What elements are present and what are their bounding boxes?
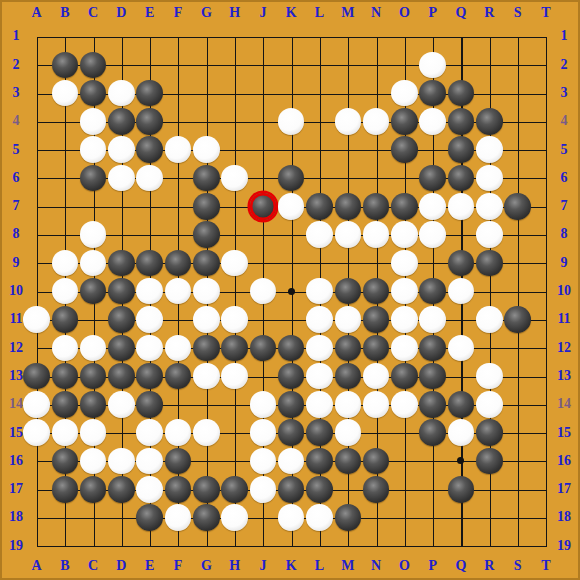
intersection-N9[interactable] xyxy=(362,249,390,277)
intersection-P12[interactable]: ● xyxy=(419,334,447,362)
intersection-F19[interactable] xyxy=(164,532,192,560)
intersection-R17[interactable] xyxy=(475,475,503,503)
intersection-F7[interactable] xyxy=(164,192,192,220)
intersection-Q11[interactable] xyxy=(447,305,475,333)
intersection-G14[interactable] xyxy=(192,390,220,418)
intersection-D17[interactable]: ● xyxy=(107,475,135,503)
intersection-H19[interactable] xyxy=(220,532,248,560)
intersection-O7[interactable]: ● xyxy=(390,192,418,220)
intersection-J12[interactable]: ● xyxy=(249,334,277,362)
intersection-C14[interactable]: ● xyxy=(79,390,107,418)
intersection-O12[interactable]: ○ xyxy=(390,334,418,362)
intersection-H2[interactable] xyxy=(220,51,248,79)
intersection-Q19[interactable] xyxy=(447,532,475,560)
intersection-D12[interactable]: ● xyxy=(107,334,135,362)
intersection-D10[interactable]: ● xyxy=(107,277,135,305)
intersection-Q14[interactable]: ● xyxy=(447,390,475,418)
intersection-A19[interactable] xyxy=(22,532,50,560)
intersection-C7[interactable] xyxy=(79,192,107,220)
intersection-R9[interactable]: ● xyxy=(475,249,503,277)
intersection-N12[interactable]: ● xyxy=(362,334,390,362)
intersection-R13[interactable]: ○ xyxy=(475,362,503,390)
intersection-B2[interactable]: ● xyxy=(51,51,79,79)
intersection-B10[interactable]: ○ xyxy=(51,277,79,305)
intersection-Q4[interactable]: ● xyxy=(447,107,475,135)
intersection-S17[interactable] xyxy=(503,475,531,503)
intersection-K3[interactable] xyxy=(277,79,305,107)
intersection-L16[interactable]: ● xyxy=(305,447,333,475)
intersection-Q6[interactable]: ● xyxy=(447,164,475,192)
intersection-G4[interactable] xyxy=(192,107,220,135)
intersection-D4[interactable]: ● xyxy=(107,107,135,135)
intersection-L17[interactable]: ● xyxy=(305,475,333,503)
intersection-O19[interactable] xyxy=(390,532,418,560)
intersection-S12[interactable] xyxy=(503,334,531,362)
intersection-K15[interactable]: ● xyxy=(277,419,305,447)
intersection-H10[interactable] xyxy=(220,277,248,305)
intersection-T17[interactable] xyxy=(532,475,560,503)
intersection-D1[interactable] xyxy=(107,22,135,50)
intersection-K4[interactable]: ○ xyxy=(277,107,305,135)
intersection-Q5[interactable]: ● xyxy=(447,136,475,164)
intersection-F17[interactable]: ● xyxy=(164,475,192,503)
intersection-H14[interactable] xyxy=(220,390,248,418)
intersection-M19[interactable] xyxy=(334,532,362,560)
intersection-A16[interactable] xyxy=(22,447,50,475)
intersection-M3[interactable] xyxy=(334,79,362,107)
intersection-H11[interactable]: ○ xyxy=(220,305,248,333)
intersection-D7[interactable] xyxy=(107,192,135,220)
intersection-F16[interactable]: ● xyxy=(164,447,192,475)
intersection-K1[interactable] xyxy=(277,22,305,50)
intersection-S11[interactable]: ● xyxy=(503,305,531,333)
intersection-E10[interactable]: ○ xyxy=(136,277,164,305)
intersection-T14[interactable] xyxy=(532,390,560,418)
intersection-S19[interactable] xyxy=(503,532,531,560)
intersection-M9[interactable] xyxy=(334,249,362,277)
intersection-K16[interactable]: ○ xyxy=(277,447,305,475)
intersection-O14[interactable]: ○ xyxy=(390,390,418,418)
intersection-T1[interactable] xyxy=(532,22,560,50)
intersection-T6[interactable] xyxy=(532,164,560,192)
intersection-M5[interactable] xyxy=(334,136,362,164)
intersection-B17[interactable]: ● xyxy=(51,475,79,503)
intersection-O6[interactable] xyxy=(390,164,418,192)
intersection-L2[interactable] xyxy=(305,51,333,79)
intersection-E9[interactable]: ● xyxy=(136,249,164,277)
intersection-P4[interactable]: ○ xyxy=(419,107,447,135)
intersection-O15[interactable] xyxy=(390,419,418,447)
intersection-R3[interactable] xyxy=(475,79,503,107)
intersection-P13[interactable]: ● xyxy=(419,362,447,390)
intersection-C18[interactable] xyxy=(79,503,107,531)
intersection-J1[interactable] xyxy=(249,22,277,50)
intersection-R6[interactable]: ○ xyxy=(475,164,503,192)
intersection-N4[interactable]: ○ xyxy=(362,107,390,135)
intersection-Q3[interactable]: ● xyxy=(447,79,475,107)
intersection-E8[interactable] xyxy=(136,220,164,248)
intersection-S1[interactable] xyxy=(503,22,531,50)
intersection-D11[interactable]: ● xyxy=(107,305,135,333)
intersection-R19[interactable] xyxy=(475,532,503,560)
intersection-C8[interactable]: ○ xyxy=(79,220,107,248)
intersection-R18[interactable] xyxy=(475,503,503,531)
intersection-A1[interactable] xyxy=(22,22,50,50)
intersection-Q17[interactable]: ● xyxy=(447,475,475,503)
intersection-B11[interactable]: ● xyxy=(51,305,79,333)
intersection-M6[interactable] xyxy=(334,164,362,192)
intersection-D2[interactable] xyxy=(107,51,135,79)
intersection-P19[interactable] xyxy=(419,532,447,560)
intersection-C3[interactable]: ● xyxy=(79,79,107,107)
intersection-R16[interactable]: ● xyxy=(475,447,503,475)
intersection-M11[interactable]: ○ xyxy=(334,305,362,333)
intersection-J2[interactable] xyxy=(249,51,277,79)
intersection-S15[interactable] xyxy=(503,419,531,447)
intersection-Q18[interactable] xyxy=(447,503,475,531)
intersection-N14[interactable]: ○ xyxy=(362,390,390,418)
intersection-T11[interactable] xyxy=(532,305,560,333)
intersection-B8[interactable] xyxy=(51,220,79,248)
intersection-T12[interactable] xyxy=(532,334,560,362)
intersection-T15[interactable] xyxy=(532,419,560,447)
intersection-E1[interactable] xyxy=(136,22,164,50)
intersection-N17[interactable]: ● xyxy=(362,475,390,503)
intersection-L7[interactable]: ● xyxy=(305,192,333,220)
intersection-P5[interactable] xyxy=(419,136,447,164)
intersection-H6[interactable]: ○ xyxy=(220,164,248,192)
intersection-K9[interactable] xyxy=(277,249,305,277)
intersection-D16[interactable]: ○ xyxy=(107,447,135,475)
intersection-P16[interactable] xyxy=(419,447,447,475)
intersection-F15[interactable]: ○ xyxy=(164,419,192,447)
intersection-E14[interactable]: ● xyxy=(136,390,164,418)
intersection-Q7[interactable]: ○ xyxy=(447,192,475,220)
intersection-G18[interactable]: ● xyxy=(192,503,220,531)
intersection-Q15[interactable]: ○ xyxy=(447,419,475,447)
intersection-N18[interactable] xyxy=(362,503,390,531)
intersection-Q13[interactable] xyxy=(447,362,475,390)
intersection-H15[interactable] xyxy=(220,419,248,447)
intersection-F2[interactable] xyxy=(164,51,192,79)
intersection-A5[interactable] xyxy=(22,136,50,164)
intersection-N2[interactable] xyxy=(362,51,390,79)
intersection-K11[interactable] xyxy=(277,305,305,333)
intersection-K10[interactable] xyxy=(277,277,305,305)
intersection-J18[interactable] xyxy=(249,503,277,531)
intersection-Q12[interactable]: ○ xyxy=(447,334,475,362)
intersection-T2[interactable] xyxy=(532,51,560,79)
intersection-E4[interactable]: ● xyxy=(136,107,164,135)
intersection-J4[interactable] xyxy=(249,107,277,135)
intersection-O17[interactable] xyxy=(390,475,418,503)
intersection-G5[interactable]: ○ xyxy=(192,136,220,164)
intersection-R14[interactable]: ○ xyxy=(475,390,503,418)
intersection-D15[interactable] xyxy=(107,419,135,447)
intersection-B7[interactable] xyxy=(51,192,79,220)
intersection-K2[interactable] xyxy=(277,51,305,79)
intersection-P11[interactable]: ○ xyxy=(419,305,447,333)
intersection-R5[interactable]: ○ xyxy=(475,136,503,164)
intersection-A9[interactable] xyxy=(22,249,50,277)
intersection-L3[interactable] xyxy=(305,79,333,107)
intersection-H5[interactable] xyxy=(220,136,248,164)
intersection-J16[interactable]: ○ xyxy=(249,447,277,475)
intersection-P8[interactable]: ○ xyxy=(419,220,447,248)
intersection-G1[interactable] xyxy=(192,22,220,50)
intersection-R8[interactable]: ○ xyxy=(475,220,503,248)
intersection-S18[interactable] xyxy=(503,503,531,531)
intersection-N8[interactable]: ○ xyxy=(362,220,390,248)
intersection-T19[interactable] xyxy=(532,532,560,560)
intersection-F12[interactable]: ○ xyxy=(164,334,192,362)
intersection-B19[interactable] xyxy=(51,532,79,560)
intersection-E3[interactable]: ● xyxy=(136,79,164,107)
intersection-S6[interactable] xyxy=(503,164,531,192)
intersection-B4[interactable] xyxy=(51,107,79,135)
intersection-M16[interactable]: ● xyxy=(334,447,362,475)
intersection-J6[interactable] xyxy=(249,164,277,192)
intersection-G2[interactable] xyxy=(192,51,220,79)
intersection-A8[interactable] xyxy=(22,220,50,248)
intersection-M7[interactable]: ● xyxy=(334,192,362,220)
intersection-B12[interactable]: ○ xyxy=(51,334,79,362)
intersection-F10[interactable]: ○ xyxy=(164,277,192,305)
intersection-C2[interactable]: ● xyxy=(79,51,107,79)
intersection-A6[interactable] xyxy=(22,164,50,192)
intersection-K7[interactable]: ○ xyxy=(277,192,305,220)
intersection-P9[interactable] xyxy=(419,249,447,277)
intersection-E16[interactable]: ○ xyxy=(136,447,164,475)
intersection-N7[interactable]: ● xyxy=(362,192,390,220)
intersection-S10[interactable] xyxy=(503,277,531,305)
intersection-M15[interactable]: ○ xyxy=(334,419,362,447)
intersection-O1[interactable] xyxy=(390,22,418,50)
intersection-N10[interactable]: ● xyxy=(362,277,390,305)
intersection-P17[interactable] xyxy=(419,475,447,503)
intersection-C12[interactable]: ○ xyxy=(79,334,107,362)
intersection-P1[interactable] xyxy=(419,22,447,50)
intersection-T4[interactable] xyxy=(532,107,560,135)
intersection-N6[interactable] xyxy=(362,164,390,192)
intersection-O16[interactable] xyxy=(390,447,418,475)
intersection-A11[interactable]: ○ xyxy=(22,305,50,333)
intersection-N3[interactable] xyxy=(362,79,390,107)
intersection-J5[interactable] xyxy=(249,136,277,164)
intersection-D5[interactable]: ○ xyxy=(107,136,135,164)
intersection-J10[interactable]: ○ xyxy=(249,277,277,305)
intersection-T9[interactable] xyxy=(532,249,560,277)
intersection-D18[interactable] xyxy=(107,503,135,531)
intersection-E18[interactable]: ● xyxy=(136,503,164,531)
intersection-L15[interactable]: ● xyxy=(305,419,333,447)
intersection-F13[interactable]: ● xyxy=(164,362,192,390)
intersection-L4[interactable] xyxy=(305,107,333,135)
intersection-L8[interactable]: ○ xyxy=(305,220,333,248)
intersection-J9[interactable] xyxy=(249,249,277,277)
intersection-E6[interactable]: ○ xyxy=(136,164,164,192)
intersection-F8[interactable] xyxy=(164,220,192,248)
intersection-M10[interactable]: ● xyxy=(334,277,362,305)
intersection-C17[interactable]: ● xyxy=(79,475,107,503)
intersection-T8[interactable] xyxy=(532,220,560,248)
intersection-G15[interactable]: ○ xyxy=(192,419,220,447)
intersection-O5[interactable]: ● xyxy=(390,136,418,164)
intersection-G12[interactable]: ● xyxy=(192,334,220,362)
intersection-Q16[interactable] xyxy=(447,447,475,475)
intersection-Q8[interactable] xyxy=(447,220,475,248)
intersection-E15[interactable]: ○ xyxy=(136,419,164,447)
intersection-T7[interactable] xyxy=(532,192,560,220)
intersection-S14[interactable] xyxy=(503,390,531,418)
intersection-H18[interactable]: ○ xyxy=(220,503,248,531)
intersection-D6[interactable]: ○ xyxy=(107,164,135,192)
intersection-E13[interactable]: ● xyxy=(136,362,164,390)
intersection-H7[interactable] xyxy=(220,192,248,220)
intersection-P18[interactable] xyxy=(419,503,447,531)
intersection-F18[interactable]: ○ xyxy=(164,503,192,531)
intersection-R12[interactable] xyxy=(475,334,503,362)
intersection-M17[interactable] xyxy=(334,475,362,503)
intersection-R2[interactable] xyxy=(475,51,503,79)
intersection-A14[interactable]: ○ xyxy=(22,390,50,418)
intersection-C6[interactable]: ● xyxy=(79,164,107,192)
intersection-J17[interactable]: ○ xyxy=(249,475,277,503)
intersection-G7[interactable]: ● xyxy=(192,192,220,220)
intersection-R11[interactable]: ○ xyxy=(475,305,503,333)
intersection-F14[interactable] xyxy=(164,390,192,418)
intersection-G16[interactable] xyxy=(192,447,220,475)
intersection-O10[interactable]: ○ xyxy=(390,277,418,305)
intersection-K14[interactable]: ● xyxy=(277,390,305,418)
intersection-H17[interactable]: ● xyxy=(220,475,248,503)
intersection-F1[interactable] xyxy=(164,22,192,50)
intersection-L10[interactable]: ○ xyxy=(305,277,333,305)
intersection-D19[interactable] xyxy=(107,532,135,560)
intersection-N1[interactable] xyxy=(362,22,390,50)
intersection-O2[interactable] xyxy=(390,51,418,79)
intersection-B16[interactable]: ● xyxy=(51,447,79,475)
intersection-A18[interactable] xyxy=(22,503,50,531)
intersection-S9[interactable] xyxy=(503,249,531,277)
intersection-A13[interactable]: ● xyxy=(22,362,50,390)
intersection-L9[interactable] xyxy=(305,249,333,277)
intersection-A12[interactable] xyxy=(22,334,50,362)
intersection-O18[interactable] xyxy=(390,503,418,531)
intersection-K8[interactable] xyxy=(277,220,305,248)
intersection-H16[interactable] xyxy=(220,447,248,475)
intersection-L11[interactable]: ○ xyxy=(305,305,333,333)
intersection-C11[interactable] xyxy=(79,305,107,333)
intersection-N15[interactable] xyxy=(362,419,390,447)
intersection-E7[interactable] xyxy=(136,192,164,220)
intersection-E11[interactable]: ○ xyxy=(136,305,164,333)
intersection-D14[interactable]: ○ xyxy=(107,390,135,418)
intersection-S2[interactable] xyxy=(503,51,531,79)
intersection-G17[interactable]: ● xyxy=(192,475,220,503)
intersection-C9[interactable]: ○ xyxy=(79,249,107,277)
intersection-T10[interactable] xyxy=(532,277,560,305)
intersection-Q10[interactable]: ○ xyxy=(447,277,475,305)
intersection-K18[interactable]: ○ xyxy=(277,503,305,531)
intersection-A15[interactable]: ○ xyxy=(22,419,50,447)
intersection-J7[interactable]: ● xyxy=(249,192,277,220)
intersection-J14[interactable]: ○ xyxy=(249,390,277,418)
intersection-P2[interactable]: ○ xyxy=(419,51,447,79)
intersection-O9[interactable]: ○ xyxy=(390,249,418,277)
intersection-D3[interactable]: ○ xyxy=(107,79,135,107)
intersection-G9[interactable]: ● xyxy=(192,249,220,277)
intersection-C19[interactable] xyxy=(79,532,107,560)
intersection-N13[interactable]: ○ xyxy=(362,362,390,390)
intersection-F5[interactable]: ○ xyxy=(164,136,192,164)
intersection-H1[interactable] xyxy=(220,22,248,50)
intersection-O13[interactable]: ● xyxy=(390,362,418,390)
intersection-S5[interactable] xyxy=(503,136,531,164)
intersection-P15[interactable]: ● xyxy=(419,419,447,447)
intersection-P3[interactable]: ● xyxy=(419,79,447,107)
intersection-M4[interactable]: ○ xyxy=(334,107,362,135)
intersection-M12[interactable]: ● xyxy=(334,334,362,362)
intersection-N19[interactable] xyxy=(362,532,390,560)
intersection-C10[interactable]: ● xyxy=(79,277,107,305)
intersection-Q2[interactable] xyxy=(447,51,475,79)
intersection-R7[interactable]: ○ xyxy=(475,192,503,220)
intersection-B9[interactable]: ○ xyxy=(51,249,79,277)
intersection-B15[interactable]: ○ xyxy=(51,419,79,447)
intersection-B1[interactable] xyxy=(51,22,79,50)
intersection-G8[interactable]: ● xyxy=(192,220,220,248)
intersection-R10[interactable] xyxy=(475,277,503,305)
intersection-S8[interactable] xyxy=(503,220,531,248)
intersection-L12[interactable]: ○ xyxy=(305,334,333,362)
intersection-P6[interactable]: ● xyxy=(419,164,447,192)
intersection-C15[interactable]: ○ xyxy=(79,419,107,447)
intersection-L19[interactable] xyxy=(305,532,333,560)
intersection-A7[interactable] xyxy=(22,192,50,220)
intersection-J3[interactable] xyxy=(249,79,277,107)
intersection-E17[interactable]: ○ xyxy=(136,475,164,503)
intersection-H13[interactable]: ○ xyxy=(220,362,248,390)
intersection-J11[interactable] xyxy=(249,305,277,333)
intersection-A17[interactable] xyxy=(22,475,50,503)
intersection-S3[interactable] xyxy=(503,79,531,107)
intersection-F3[interactable] xyxy=(164,79,192,107)
intersection-H3[interactable] xyxy=(220,79,248,107)
intersection-K13[interactable]: ● xyxy=(277,362,305,390)
intersection-Q1[interactable] xyxy=(447,22,475,50)
intersection-K19[interactable] xyxy=(277,532,305,560)
intersection-H8[interactable] xyxy=(220,220,248,248)
intersection-T3[interactable] xyxy=(532,79,560,107)
intersection-B3[interactable]: ○ xyxy=(51,79,79,107)
intersection-N5[interactable] xyxy=(362,136,390,164)
intersection-J8[interactable] xyxy=(249,220,277,248)
intersection-F9[interactable]: ● xyxy=(164,249,192,277)
intersection-C5[interactable]: ○ xyxy=(79,136,107,164)
intersection-B6[interactable] xyxy=(51,164,79,192)
intersection-O11[interactable]: ○ xyxy=(390,305,418,333)
intersection-P10[interactable]: ● xyxy=(419,277,447,305)
intersection-B18[interactable] xyxy=(51,503,79,531)
intersection-T18[interactable] xyxy=(532,503,560,531)
intersection-G11[interactable]: ○ xyxy=(192,305,220,333)
intersection-O3[interactable]: ○ xyxy=(390,79,418,107)
intersection-H4[interactable] xyxy=(220,107,248,135)
intersection-G10[interactable]: ○ xyxy=(192,277,220,305)
intersection-P14[interactable]: ● xyxy=(419,390,447,418)
intersection-R1[interactable] xyxy=(475,22,503,50)
